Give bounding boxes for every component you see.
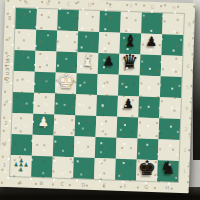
square-b4 bbox=[33, 93, 55, 115]
coord-label: E bbox=[100, 3, 121, 10]
piece-white-king-c5: ♚ bbox=[57, 70, 76, 91]
coord-label: B bbox=[31, 180, 52, 187]
square-d5 bbox=[76, 73, 98, 95]
coord-label: C bbox=[52, 180, 73, 187]
square-g6 bbox=[140, 54, 162, 76]
square-d4 bbox=[75, 94, 97, 116]
square-c1 bbox=[52, 156, 74, 178]
square-d2 bbox=[74, 136, 96, 158]
square-h4 bbox=[159, 97, 181, 119]
square-h6 bbox=[161, 55, 183, 77]
square-g5 bbox=[139, 75, 161, 97]
coord-label: A bbox=[16, 0, 37, 6]
board-grid: ♝♟♝♟♛♚♟♟♚♞ bbox=[10, 8, 184, 182]
square-b5 bbox=[34, 72, 56, 94]
square-g1: ♚ bbox=[136, 159, 158, 181]
piece-black-pawn-f4: ♟ bbox=[122, 97, 134, 110]
square-c2 bbox=[53, 136, 75, 158]
coord-label: 5 bbox=[184, 77, 191, 98]
square-e1 bbox=[94, 158, 116, 180]
coord-label: C bbox=[58, 1, 79, 8]
coord-label: 3 bbox=[182, 119, 189, 140]
square-c3 bbox=[54, 115, 76, 137]
square-a3 bbox=[12, 113, 34, 135]
square-g3 bbox=[138, 117, 160, 139]
coord-label: 4 bbox=[3, 92, 10, 113]
coord-label: F bbox=[115, 183, 136, 190]
coord-label: 4 bbox=[183, 98, 190, 119]
coord-label: 8 bbox=[186, 14, 193, 35]
square-f3 bbox=[117, 117, 139, 139]
square-d8 bbox=[78, 10, 100, 32]
square-b2 bbox=[32, 135, 54, 157]
piece-black-pawn-g7: ♟ bbox=[145, 35, 157, 48]
square-g4 bbox=[138, 96, 160, 118]
square-d3 bbox=[75, 115, 97, 137]
board-logo: ♟♟♟♟♟ bbox=[11, 155, 31, 175]
square-f6: ♛ bbox=[119, 54, 141, 76]
square-h3 bbox=[158, 118, 180, 140]
square-f1 bbox=[115, 159, 137, 181]
chess-board: ♝♟♝♟♛♚♟♟♚♞ ABCDEFGH ABCDEFGH 87654321 87… bbox=[0, 0, 195, 193]
square-e3 bbox=[96, 116, 118, 138]
square-e8 bbox=[99, 11, 121, 33]
coord-label: 1 bbox=[181, 161, 188, 182]
square-b6 bbox=[35, 51, 57, 73]
square-h5 bbox=[160, 76, 182, 98]
square-e4 bbox=[96, 95, 118, 117]
square-h8 bbox=[162, 13, 184, 35]
piece-black-bishop-f7: ♝ bbox=[123, 32, 138, 48]
square-h7 bbox=[161, 34, 183, 56]
square-c4 bbox=[54, 94, 76, 116]
square-a7 bbox=[15, 29, 37, 51]
coord-label: 8 bbox=[6, 8, 13, 29]
piece-white-bishop-d6: ♝ bbox=[80, 52, 95, 68]
square-a5 bbox=[13, 71, 35, 93]
square-e6: ♟ bbox=[98, 53, 120, 75]
square-e5 bbox=[97, 74, 119, 96]
piece-black-king-g1: ♚ bbox=[138, 157, 157, 178]
brand-text: Quality bbox=[3, 53, 10, 81]
coord-label: G bbox=[136, 183, 157, 190]
square-f2 bbox=[116, 138, 138, 160]
piece-white-pawn-b3: ♟ bbox=[37, 115, 49, 128]
piece-black-knight-h1: ♞ bbox=[160, 159, 176, 177]
square-f4: ♟ bbox=[117, 96, 139, 118]
coord-label: H bbox=[163, 5, 184, 12]
coord-label: 2 bbox=[182, 140, 189, 161]
square-g8 bbox=[141, 13, 163, 35]
coord-label: 7 bbox=[6, 29, 13, 50]
square-a2 bbox=[11, 134, 33, 156]
square-d6: ♝ bbox=[77, 52, 99, 74]
piece-black-queen-f6: ♛ bbox=[121, 52, 139, 72]
chessboard-photo: ♝♟♝♟♛♚♟♟♚♞ ABCDEFGH ABCDEFGH 87654321 87… bbox=[0, 0, 200, 200]
square-b3: ♟ bbox=[33, 114, 55, 136]
square-e2 bbox=[95, 137, 117, 159]
piece-black-pawn-e6: ♟ bbox=[103, 54, 115, 67]
square-b8 bbox=[36, 9, 58, 31]
coord-label: D bbox=[79, 2, 100, 9]
square-a4 bbox=[12, 92, 34, 114]
square-c8 bbox=[57, 10, 79, 32]
coord-label: 3 bbox=[3, 113, 10, 134]
square-a6 bbox=[14, 50, 36, 72]
coord-label: 7 bbox=[185, 35, 192, 56]
square-f5 bbox=[118, 75, 140, 97]
square-a8 bbox=[15, 8, 37, 30]
coord-label: F bbox=[121, 3, 142, 10]
square-b7 bbox=[36, 30, 58, 52]
square-c7 bbox=[56, 31, 78, 53]
square-e7 bbox=[98, 32, 120, 54]
coord-label: H bbox=[157, 184, 178, 191]
coord-label: D bbox=[73, 181, 94, 188]
coord-label: B bbox=[37, 0, 58, 7]
coord-label: 6 bbox=[185, 56, 192, 77]
square-b1 bbox=[31, 156, 53, 178]
coord-label: 2 bbox=[2, 134, 9, 155]
square-c5: ♚ bbox=[55, 73, 77, 95]
square-g7: ♟ bbox=[140, 34, 162, 56]
logo-row: ♟ bbox=[18, 167, 23, 172]
square-d1 bbox=[73, 157, 95, 179]
coord-label: 1 bbox=[1, 155, 8, 176]
coord-label: A bbox=[10, 179, 31, 186]
coord-label: E bbox=[94, 182, 115, 189]
square-h1: ♞ bbox=[157, 160, 179, 182]
coord-label: G bbox=[142, 4, 163, 11]
